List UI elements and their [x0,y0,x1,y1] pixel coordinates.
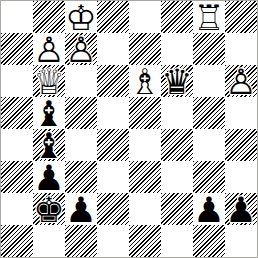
square-d3[interactable] [97,161,129,193]
square-b8[interactable] [33,1,65,33]
white-queen-halo: ♛ [33,66,65,98]
square-g2[interactable]: ♟♟ [193,193,225,225]
square-b3[interactable]: ♟♟ [33,161,65,193]
square-c4[interactable] [65,129,97,161]
square-b6[interactable]: ♛♕ [33,65,65,97]
piece-black-pawn: ♟ [193,194,225,226]
square-b5[interactable]: ♝♝ [33,97,65,129]
square-d1[interactable] [97,225,129,257]
square-b1[interactable] [33,225,65,257]
square-h2[interactable]: ♟♟ [225,193,257,225]
black-pawn-halo: ♟ [65,194,97,226]
square-f2[interactable] [161,193,193,225]
black-bishop-halo: ♝ [33,98,65,130]
white-pawn-halo: ♟ [33,34,65,66]
piece-black-pawn: ♟ [65,194,97,226]
chess-diagram: ♚♔♜♖♟♙♟♙♛♕♝♗♛♛♟♙♝♝♝♝♟♟♚♚♟♟♟♟♟♟ [0,0,258,258]
square-f1[interactable] [161,225,193,257]
square-g1[interactable] [193,225,225,257]
square-c1[interactable] [65,225,97,257]
white-bishop-halo: ♝ [129,66,161,98]
square-b2[interactable]: ♚♚ [33,193,65,225]
square-g6[interactable] [193,65,225,97]
piece-white-pawn: ♙ [225,66,257,98]
square-d4[interactable] [97,129,129,161]
square-e7[interactable] [129,33,161,65]
square-f5[interactable] [161,97,193,129]
piece-white-pawn: ♙ [65,34,97,66]
square-b7[interactable]: ♟♙ [33,33,65,65]
square-a8[interactable] [1,1,33,33]
square-f4[interactable] [161,129,193,161]
piece-black-bishop: ♝ [33,130,65,162]
square-h5[interactable] [225,97,257,129]
square-e6[interactable]: ♝♗ [129,65,161,97]
piece-white-queen: ♕ [33,66,65,98]
square-e1[interactable] [129,225,161,257]
white-pawn-halo: ♟ [65,34,97,66]
square-c8[interactable]: ♚♔ [65,1,97,33]
square-a5[interactable] [1,97,33,129]
piece-black-pawn: ♟ [33,162,65,194]
square-c7[interactable]: ♟♙ [65,33,97,65]
square-a7[interactable] [1,33,33,65]
square-e3[interactable] [129,161,161,193]
square-f8[interactable] [161,1,193,33]
square-e8[interactable] [129,1,161,33]
square-c2[interactable]: ♟♟ [65,193,97,225]
square-e5[interactable] [129,97,161,129]
black-pawn-halo: ♟ [193,194,225,226]
piece-white-pawn: ♙ [33,34,65,66]
square-a2[interactable] [1,193,33,225]
square-h3[interactable] [225,161,257,193]
white-pawn-halo: ♟ [225,66,257,98]
black-pawn-halo: ♟ [225,194,257,226]
piece-white-rook: ♖ [193,2,225,34]
square-e2[interactable] [129,193,161,225]
square-f3[interactable] [161,161,193,193]
square-a6[interactable] [1,65,33,97]
piece-black-queen: ♛ [161,66,193,98]
square-c5[interactable] [65,97,97,129]
square-c3[interactable] [65,161,97,193]
black-pawn-halo: ♟ [33,162,65,194]
square-h7[interactable] [225,33,257,65]
piece-white-bishop: ♗ [129,66,161,98]
square-g4[interactable] [193,129,225,161]
black-queen-halo: ♛ [161,66,193,98]
black-bishop-halo: ♝ [33,130,65,162]
square-a3[interactable] [1,161,33,193]
square-g5[interactable] [193,97,225,129]
square-f6[interactable]: ♛♛ [161,65,193,97]
square-b4[interactable]: ♝♝ [33,129,65,161]
square-f7[interactable] [161,33,193,65]
square-a4[interactable] [1,129,33,161]
white-rook-halo: ♜ [193,2,225,34]
square-d6[interactable] [97,65,129,97]
piece-black-bishop: ♝ [33,98,65,130]
piece-black-king: ♚ [33,194,65,226]
square-d8[interactable] [97,1,129,33]
square-c6[interactable] [65,65,97,97]
piece-white-king: ♔ [65,2,97,34]
square-d7[interactable] [97,33,129,65]
square-g8[interactable]: ♜♖ [193,1,225,33]
square-d2[interactable] [97,193,129,225]
square-h8[interactable] [225,1,257,33]
white-king-halo: ♚ [65,2,97,34]
square-e4[interactable] [129,129,161,161]
square-h1[interactable] [225,225,257,257]
square-g3[interactable] [193,161,225,193]
square-a1[interactable] [1,225,33,257]
black-king-halo: ♚ [33,194,65,226]
square-d5[interactable] [97,97,129,129]
piece-black-pawn: ♟ [225,194,257,226]
square-h6[interactable]: ♟♙ [225,65,257,97]
square-g7[interactable] [193,33,225,65]
chess-board: ♚♔♜♖♟♙♟♙♛♕♝♗♛♛♟♙♝♝♝♝♟♟♚♚♟♟♟♟♟♟ [1,1,257,257]
square-h4[interactable] [225,129,257,161]
